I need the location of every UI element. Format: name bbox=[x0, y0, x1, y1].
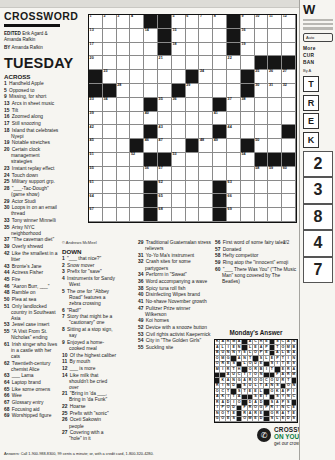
grid-cell-r6c15[interactable]: 32 bbox=[282, 84, 296, 98]
grid-number-40: 40 bbox=[145, 112, 149, 116]
grid-cell-r11c7[interactable]: 53 bbox=[172, 153, 186, 167]
grid-cell-r9c14[interactable] bbox=[268, 125, 282, 139]
grid-cell-r9c2[interactable] bbox=[103, 125, 117, 139]
grid-number-19: 19 bbox=[241, 43, 245, 47]
across-clue-51: 51 Only landlocked country in Southeast … bbox=[4, 304, 60, 322]
grid-cell-r5c2[interactable]: 23 bbox=[103, 70, 117, 84]
grid-cell-r13c1[interactable]: 61 bbox=[89, 181, 103, 195]
grid-cell-r10c7[interactable] bbox=[172, 139, 186, 153]
grid-number-59: 59 bbox=[269, 167, 273, 171]
grid-cell-r15c9[interactable] bbox=[199, 208, 213, 222]
down-clue-32: 32 Crash sites for some partygoers bbox=[138, 259, 212, 271]
grid-cell-r10c10[interactable]: 49 bbox=[213, 139, 227, 153]
rail-digit-cell-8: 8 bbox=[303, 204, 333, 231]
rail-word-0: More bbox=[303, 45, 335, 52]
grid-number-48: 48 bbox=[200, 139, 204, 143]
grid-number-34: 34 bbox=[103, 98, 107, 102]
grid-cell-r5c14[interactable]: 26 bbox=[268, 70, 282, 84]
grid-cell-r15c7[interactable] bbox=[172, 208, 186, 222]
grid-cell-r7c6[interactable]: 35 bbox=[158, 98, 172, 112]
grid-number-45: 45 bbox=[90, 139, 94, 143]
grid-number-41: 41 bbox=[214, 112, 218, 116]
grid-cell-r5c10[interactable] bbox=[213, 70, 227, 84]
grid-number-28: 28 bbox=[117, 84, 121, 88]
grid-cell-r1c3[interactable]: 3 bbox=[117, 15, 131, 29]
across-clue-50: 50 Plea at sea bbox=[4, 297, 60, 303]
grid-cell-r8c4[interactable] bbox=[130, 112, 144, 126]
grid-number-57: 57 bbox=[159, 167, 163, 171]
grid-cell-r14c4[interactable] bbox=[130, 194, 144, 208]
byline-credit: BY Amanda Rafkin bbox=[4, 45, 60, 51]
grid-cell-r11c3[interactable] bbox=[117, 153, 131, 167]
grid-number-68: 68 bbox=[159, 208, 163, 212]
grid-number-50: 50 bbox=[255, 139, 259, 143]
down-clue-4: 4 Instruments for Sandy West bbox=[62, 276, 117, 288]
grid-cell-r13c4[interactable] bbox=[130, 181, 144, 195]
grid-cell-r6c6[interactable] bbox=[158, 84, 172, 98]
grid-cell-r4c12[interactable] bbox=[241, 56, 255, 70]
grid-cell-r7c14[interactable] bbox=[268, 98, 282, 112]
grid-cell-r5c12 bbox=[241, 70, 255, 84]
grid-cell-r12c15[interactable]: 60 bbox=[282, 167, 296, 181]
grid-number-15: 15 bbox=[172, 29, 176, 33]
across-clue-list: 1 Handheld Apple5 Opposed to9 Missing, f… bbox=[4, 81, 60, 420]
down-clue-25: 25 Prefix with "sonic" bbox=[62, 411, 117, 417]
grid-cell-r15c1[interactable]: 67 bbox=[89, 208, 103, 222]
grid-cell-r1c2[interactable]: 2 bbox=[103, 15, 117, 29]
grid-cell-r1c13[interactable]: 10 bbox=[255, 15, 269, 29]
grid-cell-r15c15[interactable] bbox=[282, 208, 296, 222]
grid-cell-r4c1[interactable]: 20 bbox=[89, 56, 103, 70]
grid-cell-r3c3[interactable] bbox=[117, 43, 131, 57]
grid-cell-r5c8 bbox=[186, 70, 200, 84]
grid-cell-r8c12[interactable] bbox=[241, 112, 255, 126]
grid-cell-r12c12[interactable] bbox=[241, 167, 255, 181]
down-clue-9: 9 Enjoyed a home-cooked meal bbox=[62, 340, 117, 352]
grid-cell-r8c11[interactable] bbox=[227, 112, 241, 126]
grid-cell-r4c3[interactable] bbox=[117, 56, 131, 70]
grid-cell-r3c9[interactable] bbox=[199, 43, 213, 57]
right-rail-content: W Auto More CUR BAN By A TREK 23847 bbox=[303, 2, 335, 283]
grid-cell-r14c9[interactable] bbox=[199, 194, 213, 208]
grid-cell-r15c10 bbox=[213, 208, 227, 222]
grid-cell-r14c14[interactable] bbox=[268, 194, 282, 208]
grid-cell-r13c14[interactable] bbox=[268, 181, 282, 195]
grid-cell-r1c8[interactable]: 6 bbox=[186, 15, 200, 29]
grid-number-58: 58 bbox=[255, 167, 259, 171]
grid-cell-r9c5 bbox=[144, 125, 158, 139]
grid-number-24: 24 bbox=[200, 70, 204, 74]
down-clue-11: 11 By mouth bbox=[62, 359, 117, 365]
grid-cell-r12c2[interactable] bbox=[103, 167, 117, 181]
mondays-answer-header: Monday's Answer bbox=[213, 329, 299, 336]
across-clue-17: 17 Still snoozing bbox=[4, 121, 60, 127]
grid-cell-r14c3[interactable] bbox=[117, 194, 131, 208]
grid-cell-r9c6[interactable]: 43 bbox=[158, 125, 172, 139]
grid-cell-r14c1[interactable]: 64 bbox=[89, 194, 103, 208]
grid-cell-r15c3[interactable] bbox=[117, 208, 131, 222]
grid-cell-r15c13[interactable] bbox=[255, 208, 269, 222]
down-clue-7: 7 Story that might be a "cautionary" one bbox=[62, 314, 117, 326]
rail-letter-boxes: TREK bbox=[303, 76, 335, 148]
grid-cell-r14c10 bbox=[213, 194, 227, 208]
day-title: TUESDAY bbox=[4, 55, 60, 71]
grid-cell-r3c14[interactable] bbox=[268, 43, 282, 57]
grid-cell-r10c1[interactable]: 45 bbox=[89, 139, 103, 153]
grid-cell-r11c8[interactable] bbox=[186, 153, 200, 167]
grid-cell-r9c1[interactable]: 42 bbox=[89, 125, 103, 139]
grid-cell-r12c14[interactable]: 59 bbox=[268, 167, 282, 181]
grid-cell-r8c14[interactable] bbox=[268, 112, 282, 126]
grid-cell-r13c8[interactable] bbox=[186, 181, 200, 195]
grid-cell-r3c10[interactable] bbox=[213, 43, 227, 57]
grid-cell-r4c6[interactable]: 21 bbox=[158, 56, 172, 70]
grid-cell-r6c5[interactable] bbox=[144, 84, 158, 98]
down-header: DOWN bbox=[62, 248, 117, 255]
grid-cell-r11c4[interactable]: 52 bbox=[130, 153, 144, 167]
grid-cell-r10c2[interactable] bbox=[103, 139, 117, 153]
grid-cell-r7c9[interactable] bbox=[199, 98, 213, 112]
grid-cell-r8c7[interactable] bbox=[172, 112, 186, 126]
grid-number-26: 26 bbox=[269, 70, 273, 74]
grid-cell-r8c10[interactable]: 41 bbox=[213, 112, 227, 126]
grid-number-69: 69 bbox=[228, 208, 232, 212]
grid-number-2: 2 bbox=[103, 15, 105, 19]
rail-digit-cell-3: 3 bbox=[303, 177, 333, 204]
grid-cell-r1c11 bbox=[227, 15, 241, 29]
grid-cell-r2c13[interactable] bbox=[255, 29, 269, 43]
grid-cell-r4c15 bbox=[282, 56, 296, 70]
grid-cell-r5c4[interactable] bbox=[130, 70, 144, 84]
grid-number-55: 55 bbox=[90, 167, 94, 171]
grid-cell-r14c8[interactable] bbox=[186, 194, 200, 208]
grid-cell-r13c12[interactable] bbox=[241, 181, 255, 195]
grid-cell-r7c3[interactable] bbox=[117, 98, 131, 112]
grid-cell-r13c11[interactable]: 63 bbox=[227, 181, 241, 195]
grid-cell-r7c11[interactable]: 37 bbox=[227, 98, 241, 112]
grid-cell-r15c6[interactable]: 68 bbox=[158, 208, 172, 222]
down-clue-58: 58 Hefty competitor bbox=[215, 253, 297, 259]
grid-cell-r5c7[interactable] bbox=[172, 70, 186, 84]
grid-cell-r6c10[interactable] bbox=[213, 84, 227, 98]
grid-cell-r7c12[interactable]: 38 bbox=[241, 98, 255, 112]
grid-cell-r4c10[interactable] bbox=[213, 56, 227, 70]
down-clue-55: 55 Suckling site bbox=[138, 345, 212, 351]
grid-cell-r5c13[interactable]: 25 bbox=[255, 70, 269, 84]
monday-cell-r15c15: S bbox=[292, 417, 297, 422]
grid-cell-r2c5[interactable]: 14 bbox=[144, 29, 158, 43]
left-column: CROSSWORD EDITED Erik Agard & Amanda Raf… bbox=[4, 10, 60, 420]
grid-cell-r10c12 bbox=[241, 139, 255, 153]
grid-cell-r5c9[interactable]: 24 bbox=[199, 70, 213, 84]
grid-cell-r3c7[interactable]: 18 bbox=[172, 43, 186, 57]
grid-cell-r11c11[interactable] bbox=[227, 153, 241, 167]
grid-cell-r13c13[interactable] bbox=[255, 181, 269, 195]
grid-cell-r13c7[interactable] bbox=[172, 181, 186, 195]
grid-cell-r7c7[interactable]: 36 bbox=[172, 98, 186, 112]
grid-cell-r12c1[interactable]: 55 bbox=[89, 167, 103, 181]
grid-cell-r10c15[interactable] bbox=[282, 139, 296, 153]
grid-cell-r1c14[interactable]: 11 bbox=[268, 15, 282, 29]
rail-header-fragment: W bbox=[303, 2, 335, 17]
grid-cell-r11c12[interactable]: 54 bbox=[241, 153, 255, 167]
grid-cell-r7c1[interactable]: 33 bbox=[89, 98, 103, 112]
grid-cell-r2c10[interactable] bbox=[213, 29, 227, 43]
grid-cell-r2c15[interactable] bbox=[282, 29, 296, 43]
grid-cell-r4c7[interactable] bbox=[172, 56, 186, 70]
grid-cell-r12c7[interactable] bbox=[172, 167, 186, 181]
grid-cell-r3c8[interactable] bbox=[186, 43, 200, 57]
grid-cell-r13c10 bbox=[213, 181, 227, 195]
grid-cell-r2c1[interactable]: 13 bbox=[89, 29, 103, 43]
grid-number-44: 44 bbox=[228, 126, 232, 130]
grid-cell-r9c9[interactable] bbox=[199, 125, 213, 139]
grid-cell-r3c12[interactable]: 19 bbox=[241, 43, 255, 57]
grid-cell-r9c4[interactable] bbox=[130, 125, 144, 139]
grid-cell-r5c5[interactable] bbox=[144, 70, 158, 84]
grid-number-29: 29 bbox=[186, 84, 190, 88]
grid-cell-r4c11[interactable]: 22 bbox=[227, 56, 241, 70]
grid-cell-r4c14 bbox=[268, 56, 282, 70]
grid-number-8: 8 bbox=[214, 15, 216, 19]
grid-cell-r8c8[interactable] bbox=[186, 112, 200, 126]
rail-letter-box-T: T bbox=[303, 76, 319, 92]
across-clue-64: 64 Laptop brand bbox=[4, 380, 60, 386]
grid-cell-r1c4[interactable]: 4 bbox=[130, 15, 144, 29]
grid-cell-r6c4[interactable] bbox=[130, 84, 144, 98]
grid-cell-r10c13[interactable]: 50 bbox=[255, 139, 269, 153]
across-clue-45: 45 Fire bbox=[4, 277, 60, 283]
grid-cell-r9c8[interactable] bbox=[186, 125, 200, 139]
grid-cell-r2c8[interactable] bbox=[186, 29, 200, 43]
grid-cell-r2c14[interactable] bbox=[268, 29, 282, 43]
grid-cell-r1c9[interactable]: 7 bbox=[199, 15, 213, 29]
grid-cell-r2c7[interactable]: 15 bbox=[172, 29, 186, 43]
grid-cell-r6c8[interactable]: 29 bbox=[186, 84, 200, 98]
grid-cell-r8c13[interactable] bbox=[255, 112, 269, 126]
grid-number-66: 66 bbox=[228, 195, 232, 199]
grid-cell-r4c5[interactable] bbox=[144, 56, 158, 70]
grid-cell-r3c2[interactable] bbox=[103, 43, 117, 57]
grid-cell-r9c7[interactable] bbox=[172, 125, 186, 139]
grid-cell-r12c11[interactable] bbox=[227, 167, 241, 181]
across-clue-53: 53 Jewel case insert bbox=[4, 322, 60, 328]
grid-cell-r5c3[interactable] bbox=[117, 70, 131, 84]
grid-cell-r13c2[interactable] bbox=[103, 181, 117, 195]
grid-cell-r12c4[interactable] bbox=[130, 167, 144, 181]
across-clue-65: 65 Like some omens bbox=[4, 387, 60, 393]
across-clue-1: 1 Handheld Apple bbox=[4, 81, 60, 87]
grid-cell-r1c7[interactable]: 5 bbox=[172, 15, 186, 29]
grid-number-33: 33 bbox=[90, 98, 94, 102]
grid-cell-r3c6 bbox=[158, 43, 172, 57]
grid-number-21: 21 bbox=[159, 57, 163, 61]
grid-cell-r4c4[interactable] bbox=[130, 56, 144, 70]
grid-cell-r11c1[interactable]: 51 bbox=[89, 153, 103, 167]
grid-cell-r6c14[interactable]: 31 bbox=[268, 84, 282, 98]
grid-cell-r7c15[interactable] bbox=[282, 98, 296, 112]
grid-cell-r7c4[interactable] bbox=[130, 98, 144, 112]
grid-cell-r3c15[interactable] bbox=[282, 43, 296, 57]
grid-number-54: 54 bbox=[241, 153, 245, 157]
rail-letter-box-K: K bbox=[303, 132, 319, 148]
grid-cell-r8c15[interactable] bbox=[282, 112, 296, 126]
page-edge-strip bbox=[0, 0, 335, 8]
grid-cell-r4c8[interactable] bbox=[186, 56, 200, 70]
grid-cell-r10c11[interactable] bbox=[227, 139, 241, 153]
crossword-masthead: CROSSWORD bbox=[4, 10, 60, 27]
down-column-2: 29 Traditional Guatemalan stress relieve… bbox=[138, 240, 212, 352]
grid-cell-r5c6[interactable] bbox=[158, 70, 172, 84]
down-clue-list-1: 1 "___ that nice?"2 Snow mover3 Prefix f… bbox=[62, 256, 117, 442]
grid-cell-r14c2[interactable] bbox=[103, 194, 117, 208]
grid-cell-r10c3[interactable] bbox=[117, 139, 131, 153]
grid-number-22: 22 bbox=[228, 57, 232, 61]
grid-cell-r12c9[interactable] bbox=[199, 167, 213, 181]
rail-text-line bbox=[303, 19, 333, 22]
grid-cell-r12c6[interactable]: 57 bbox=[158, 167, 172, 181]
down-clue-26: 26 Oceti Sakowin people bbox=[62, 417, 117, 429]
grid-cell-r7c8[interactable] bbox=[186, 98, 200, 112]
grid-cell-r13c6[interactable]: 62 bbox=[158, 181, 172, 195]
grid-cell-r9c11[interactable]: 44 bbox=[227, 125, 241, 139]
grid-cell-r13c15[interactable] bbox=[282, 181, 296, 195]
grid-cell-r3c1[interactable]: 17 bbox=[89, 43, 103, 57]
across-clue-46: 46 "Aaron Burr, ___" bbox=[4, 284, 60, 290]
grid-cell-r5c15[interactable]: 27 bbox=[282, 70, 296, 84]
grid-cell-r8c2[interactable] bbox=[103, 112, 117, 126]
grid-cell-r6c9[interactable] bbox=[199, 84, 213, 98]
grid-number-52: 52 bbox=[131, 153, 135, 157]
grid-number-14: 14 bbox=[145, 29, 149, 33]
grid-cell-r2c12[interactable]: 16 bbox=[241, 29, 255, 43]
grid-number-1: 1 bbox=[90, 15, 92, 19]
grid-cell-r15c14[interactable] bbox=[268, 208, 282, 222]
grid-cell-r8c6[interactable] bbox=[158, 112, 172, 126]
grid-cell-r9c3[interactable] bbox=[117, 125, 131, 139]
across-clue-44: 44 Actress Fisher bbox=[4, 270, 60, 276]
grid-cell-r3c5[interactable] bbox=[144, 43, 158, 57]
grid-cell-r4c9[interactable] bbox=[199, 56, 213, 70]
grid-cell-r12c13[interactable]: 58 bbox=[255, 167, 269, 181]
rail-letter-box-R: R bbox=[303, 95, 319, 111]
grid-number-39: 39 bbox=[90, 112, 94, 116]
grid-number-62: 62 bbox=[159, 181, 163, 185]
grid-cell-r12c5[interactable]: 56 bbox=[144, 167, 158, 181]
grid-cell-r4c2[interactable] bbox=[103, 56, 117, 70]
grid-cell-r6c3[interactable]: 28 bbox=[117, 84, 131, 98]
grid-cell-r10c9[interactable]: 48 bbox=[199, 139, 213, 153]
grid-cell-r10c5[interactable]: 46 bbox=[144, 139, 158, 153]
grid-cell-r5c11[interactable] bbox=[227, 70, 241, 84]
crossword-grid[interactable]: 1234567891011121314151617181920212223242… bbox=[88, 14, 297, 223]
across-clue-24: 24 Touch down bbox=[4, 173, 60, 179]
grid-cell-r8c1[interactable]: 39 bbox=[89, 112, 103, 126]
rail-digit-cell-7: 7 bbox=[303, 257, 333, 284]
grid-cell-r12c10[interactable] bbox=[213, 167, 227, 181]
grid-cell-r15c4[interactable] bbox=[130, 208, 144, 222]
grid-cell-r7c5 bbox=[144, 98, 158, 112]
rail-byline-fragment: By A bbox=[303, 68, 335, 73]
grid-cell-r8c3[interactable] bbox=[117, 112, 131, 126]
down-clue-41: 41 No-shave November growth bbox=[138, 299, 212, 305]
down-clue-34: 34 Perform in "Sweat" bbox=[138, 272, 212, 278]
grid-cell-r10c6[interactable]: 47 bbox=[158, 139, 172, 153]
grid-cell-r2c9[interactable] bbox=[199, 29, 213, 43]
across-clue-18: 18 Island that celebrates Nyepi bbox=[4, 128, 60, 140]
grid-cell-r1c15[interactable]: 12 bbox=[282, 15, 296, 29]
across-clue-61: 61 Irish singer who lives in a castle wi… bbox=[4, 342, 60, 360]
grid-cell-r14c12[interactable] bbox=[241, 194, 255, 208]
grid-cell-r10c14[interactable] bbox=[268, 139, 282, 153]
down-clue-31: 31 Yo-Yo Ma's instrument bbox=[138, 253, 212, 259]
grid-cell-r11c2[interactable] bbox=[103, 153, 117, 167]
grid-cell-r14c13[interactable] bbox=[255, 194, 269, 208]
down-clue-list-3: 56 First word of some fairy tales57 Dona… bbox=[215, 240, 297, 285]
grid-cell-r1c1[interactable]: 1 bbox=[89, 15, 103, 29]
grid-cell-r14c5 bbox=[144, 194, 158, 208]
grid-number-60: 60 bbox=[283, 167, 287, 171]
grid-cell-r12c3[interactable] bbox=[117, 167, 131, 181]
grid-cell-r13c3[interactable] bbox=[117, 181, 131, 195]
grid-cell-r15c2[interactable] bbox=[103, 208, 117, 222]
grid-number-16: 16 bbox=[241, 29, 245, 33]
grid-cell-r11c10[interactable] bbox=[213, 153, 227, 167]
grid-cell-r14c7[interactable] bbox=[172, 194, 186, 208]
across-clue-35: 35 Artsy NYC neighborhood bbox=[4, 225, 60, 237]
grid-number-25: 25 bbox=[255, 70, 259, 74]
rail-letter-box-E: E bbox=[303, 113, 319, 129]
grid-cell-r14c15[interactable] bbox=[282, 194, 296, 208]
down-clue-56: 56 First word of some fairy tales bbox=[215, 240, 297, 246]
mondays-answer-grid: KARMAACRESCANALIENLEAPTOMBBUNNYSLOPEALBA… bbox=[214, 339, 298, 423]
down-clue-60: 60 "___ There Was You" ("The Music Man" … bbox=[215, 267, 297, 285]
grid-cell-r13c9[interactable] bbox=[199, 181, 213, 195]
grid-cell-r3c13[interactable] bbox=[255, 43, 269, 57]
grid-cell-r1c10[interactable]: 8 bbox=[213, 15, 227, 29]
down-clue-57: 57 Donated bbox=[215, 247, 297, 253]
grid-cell-r7c2[interactable]: 34 bbox=[103, 98, 117, 112]
grid-cell-r15c12[interactable] bbox=[241, 208, 255, 222]
grid-cell-r14c6[interactable]: 65 bbox=[158, 194, 172, 208]
grid-cell-r9c12[interactable] bbox=[241, 125, 255, 139]
down-clue-53: 53 Civil rights activist Kaepernick bbox=[138, 332, 212, 338]
grid-cell-r8c5[interactable]: 40 bbox=[144, 112, 158, 126]
grid-cell-r12c8[interactable] bbox=[186, 167, 200, 181]
grid-cell-r6c11[interactable] bbox=[227, 84, 241, 98]
down-clue-6: 6 "Rad!" bbox=[62, 308, 117, 314]
grid-cell-r15c8[interactable] bbox=[186, 208, 200, 222]
grid-cell-r15c11[interactable]: 69 bbox=[227, 208, 241, 222]
down-column-3: 56 First word of some fairy tales57 Dona… bbox=[215, 240, 297, 286]
grid-cell-r6c13[interactable]: 30 bbox=[255, 84, 269, 98]
across-clue-25: 25 Military support grp. bbox=[4, 179, 60, 185]
down-column-1: DOWN 1 "___ that nice?"2 Snow mover3 Pre… bbox=[62, 246, 117, 443]
grid-cell-r2c3[interactable] bbox=[117, 29, 131, 43]
grid-cell-r7c13[interactable] bbox=[255, 98, 269, 112]
grid-cell-r8c9[interactable] bbox=[199, 112, 213, 126]
grid-cell-r3c4[interactable] bbox=[130, 43, 144, 57]
grid-cell-r7c10 bbox=[213, 98, 227, 112]
grid-cell-r9c13[interactable] bbox=[255, 125, 269, 139]
grid-cell-r11c9[interactable] bbox=[199, 153, 213, 167]
grid-cell-r2c2[interactable] bbox=[103, 29, 117, 43]
grid-cell-r14c11[interactable]: 66 bbox=[227, 194, 241, 208]
grid-cell-r2c4[interactable] bbox=[130, 29, 144, 43]
across-clue-33: 33 Tony winner Minnelli bbox=[4, 218, 60, 224]
grid-cell-r1c12[interactable]: 9 bbox=[241, 15, 255, 29]
grid-cell-r6c1 bbox=[89, 84, 103, 98]
